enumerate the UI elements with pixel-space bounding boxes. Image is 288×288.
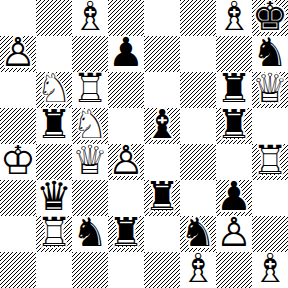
white-king[interactable]: ♚♔ [0,144,36,180]
square-c3[interactable] [72,180,108,216]
white-bishop[interactable]: ♝♗ [252,252,288,288]
piece-backdrop: ♜ [36,216,72,252]
white-queen[interactable]: ♛♕ [72,144,108,180]
piece-backdrop: ♟ [216,180,252,216]
black-pawn[interactable]: ♟♟ [108,36,144,72]
square-h2[interactable] [252,216,288,252]
black-rook-glyph: ♜ [216,72,252,108]
square-c6[interactable]: ♜♖ [72,72,108,108]
white-queen[interactable]: ♛♕ [252,72,288,108]
white-bishop[interactable]: ♝♗ [216,0,252,36]
black-knight-glyph: ♞ [180,216,216,252]
square-b4[interactable] [36,144,72,180]
piece-backdrop: ♞ [252,36,288,72]
square-b2[interactable]: ♜♖ [36,216,72,252]
square-f5[interactable] [180,108,216,144]
square-c7[interactable] [72,36,108,72]
white-queen-glyph: ♕ [72,144,108,180]
piece-backdrop: ♝ [72,0,108,36]
square-a7[interactable]: ♟♙ [0,36,36,72]
black-king[interactable]: ♚♚ [252,0,288,36]
piece-backdrop: ♟ [108,36,144,72]
square-f2[interactable]: ♞♞ [180,216,216,252]
piece-backdrop: ♚ [0,144,36,180]
black-pawn[interactable]: ♟♟ [216,180,252,216]
black-pawn-glyph: ♟ [216,180,252,216]
square-e3[interactable]: ♜♜ [144,180,180,216]
piece-backdrop: ♞ [72,216,108,252]
square-g5[interactable]: ♜♜ [216,108,252,144]
white-rook[interactable]: ♜♖ [252,144,288,180]
square-d5[interactable] [108,108,144,144]
square-b6[interactable]: ♞♘ [36,72,72,108]
black-knight-glyph: ♞ [252,36,288,72]
white-bishop-glyph: ♗ [252,252,288,288]
piece-backdrop: ♞ [72,108,108,144]
square-a1[interactable] [0,252,36,288]
square-f3[interactable] [180,180,216,216]
white-pawn[interactable]: ♟♙ [216,216,252,252]
square-a5[interactable] [0,108,36,144]
black-knight[interactable]: ♞♞ [180,216,216,252]
square-c8[interactable]: ♝♗ [72,0,108,36]
black-pawn-glyph: ♟ [108,36,144,72]
black-rook-glyph: ♜ [216,108,252,144]
white-bishop-glyph: ♗ [216,0,252,36]
black-rook[interactable]: ♜♜ [144,180,180,216]
square-e8[interactable] [144,0,180,36]
square-f4[interactable] [180,144,216,180]
square-f1[interactable]: ♝♗ [180,252,216,288]
white-knight-glyph: ♘ [36,72,72,108]
square-a8[interactable] [0,0,36,36]
square-b5[interactable]: ♜♜ [36,108,72,144]
square-d6[interactable] [108,72,144,108]
square-h3[interactable] [252,180,288,216]
white-pawn-glyph: ♙ [108,144,144,180]
white-queen-glyph: ♕ [252,72,288,108]
square-a2[interactable] [0,216,36,252]
piece-backdrop: ♟ [108,144,144,180]
black-rook-glyph: ♜ [144,180,180,216]
white-pawn[interactable]: ♟♙ [0,36,36,72]
square-c5[interactable]: ♞♘ [72,108,108,144]
piece-backdrop: ♛ [72,144,108,180]
square-d2[interactable]: ♜♜ [108,216,144,252]
square-e1[interactable] [144,252,180,288]
square-f7[interactable] [180,36,216,72]
piece-backdrop: ♜ [144,180,180,216]
square-a6[interactable] [0,72,36,108]
black-rook[interactable]: ♜♜ [216,72,252,108]
square-b1[interactable] [36,252,72,288]
square-g2[interactable]: ♟♙ [216,216,252,252]
square-g3[interactable]: ♟♟ [216,180,252,216]
square-g6[interactable]: ♜♜ [216,72,252,108]
square-h6[interactable]: ♛♕ [252,72,288,108]
black-rook-glyph: ♜ [36,108,72,144]
piece-backdrop: ♜ [108,216,144,252]
piece-backdrop: ♜ [252,144,288,180]
square-c2[interactable]: ♞♞ [72,216,108,252]
square-e4[interactable] [144,144,180,180]
white-rook-glyph: ♖ [36,216,72,252]
piece-backdrop: ♟ [0,36,36,72]
white-pawn-glyph: ♙ [0,36,36,72]
piece-backdrop: ♟ [216,216,252,252]
white-rook-glyph: ♖ [252,144,288,180]
square-h8[interactable]: ♚♚ [252,0,288,36]
square-d3[interactable] [108,180,144,216]
square-d8[interactable] [108,0,144,36]
white-bishop-glyph: ♗ [180,252,216,288]
black-rook[interactable]: ♜♜ [36,108,72,144]
square-b3[interactable]: ♛♛ [36,180,72,216]
piece-backdrop: ♝ [144,108,180,144]
white-king-glyph: ♔ [0,144,36,180]
square-c4[interactable]: ♛♕ [72,144,108,180]
square-g4[interactable] [216,144,252,180]
square-h5[interactable] [252,108,288,144]
chess-board: ♝♗♝♗♚♚♟♙♟♟♞♞♞♘♜♖♜♜♛♕♜♜♞♘♝♝♜♜♚♔♛♕♟♙♜♖♛♛♜♜… [0,0,288,288]
piece-backdrop: ♝ [216,0,252,36]
square-b7[interactable] [36,36,72,72]
piece-backdrop: ♛ [36,180,72,216]
square-c1[interactable] [72,252,108,288]
square-d4[interactable]: ♟♙ [108,144,144,180]
piece-backdrop: ♞ [180,216,216,252]
black-bishop[interactable]: ♝♝ [144,108,180,144]
white-rook-glyph: ♖ [72,72,108,108]
square-a4[interactable]: ♚♔ [0,144,36,180]
black-knight[interactable]: ♞♞ [252,36,288,72]
black-knight[interactable]: ♞♞ [72,216,108,252]
square-g7[interactable] [216,36,252,72]
piece-backdrop: ♜ [72,72,108,108]
square-e2[interactable] [144,216,180,252]
black-rook-glyph: ♜ [108,216,144,252]
square-f6[interactable] [180,72,216,108]
white-rook[interactable]: ♜♖ [72,72,108,108]
white-pawn-glyph: ♙ [216,216,252,252]
square-a3[interactable] [0,180,36,216]
white-knight[interactable]: ♞♘ [36,72,72,108]
white-bishop[interactable]: ♝♗ [72,0,108,36]
white-pawn[interactable]: ♟♙ [108,144,144,180]
black-knight-glyph: ♞ [72,216,108,252]
square-f8[interactable] [180,0,216,36]
white-knight-glyph: ♘ [72,108,108,144]
square-b8[interactable] [36,0,72,36]
square-d7[interactable]: ♟♟ [108,36,144,72]
black-king-glyph: ♚ [252,0,288,36]
piece-backdrop: ♜ [216,72,252,108]
square-g1[interactable] [216,252,252,288]
white-rook[interactable]: ♜♖ [36,216,72,252]
black-queen-glyph: ♛ [36,180,72,216]
black-bishop-glyph: ♝ [144,108,180,144]
square-e5[interactable]: ♝♝ [144,108,180,144]
piece-backdrop: ♝ [180,252,216,288]
square-h7[interactable]: ♞♞ [252,36,288,72]
square-h4[interactable]: ♜♖ [252,144,288,180]
square-h1[interactable]: ♝♗ [252,252,288,288]
square-g8[interactable]: ♝♗ [216,0,252,36]
square-e7[interactable] [144,36,180,72]
black-rook[interactable]: ♜♜ [108,216,144,252]
white-bishop[interactable]: ♝♗ [180,252,216,288]
piece-backdrop: ♞ [36,72,72,108]
piece-backdrop: ♜ [36,108,72,144]
piece-backdrop: ♜ [216,108,252,144]
black-queen[interactable]: ♛♛ [36,180,72,216]
white-bishop-glyph: ♗ [72,0,108,36]
piece-backdrop: ♚ [252,0,288,36]
square-d1[interactable] [108,252,144,288]
white-knight[interactable]: ♞♘ [72,108,108,144]
black-rook[interactable]: ♜♜ [216,108,252,144]
square-e6[interactable] [144,72,180,108]
piece-backdrop: ♝ [252,252,288,288]
piece-backdrop: ♛ [252,72,288,108]
